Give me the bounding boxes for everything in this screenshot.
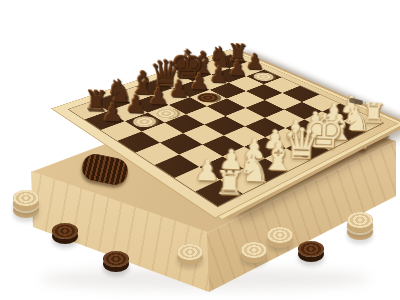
board-frame: ♜♞♝♛♚♝♞♜♟♟♟♟♟♟♟♟♟♟♟♟♟♟♟♟♜♞♝♛♚♝♞♜ — [51, 49, 398, 218]
piece-dark-pawn[interactable]: ♟ — [98, 100, 128, 126]
board-grid: ♜♞♝♛♚♝♞♜♟♟♟♟♟♟♟♟♟♟♟♟♟♟♟♟♜♞♝♛♚♝♞♜ — [68, 54, 384, 207]
checker-light-floor[interactable] — [177, 244, 203, 260]
checker-light-floor[interactable] — [267, 227, 293, 243]
checker-dark-floor[interactable] — [52, 223, 78, 239]
product-photo-stage: ♜♞♝♛♚♝♞♜♟♟♟♟♟♟♟♟♟♟♟♟♟♟♟♟♜♞♝♛♚♝♞♜ — [0, 0, 400, 300]
checker-light-floor[interactable] — [241, 242, 267, 258]
checker-dark-floor[interactable] — [298, 241, 324, 257]
checker-dark-floor[interactable] — [103, 251, 129, 267]
piece-light-rook[interactable]: ♜ — [213, 166, 248, 200]
checker-light-floor[interactable] — [13, 190, 39, 206]
checker-light-floor[interactable] — [347, 212, 373, 228]
square-a5[interactable] — [118, 132, 160, 153]
